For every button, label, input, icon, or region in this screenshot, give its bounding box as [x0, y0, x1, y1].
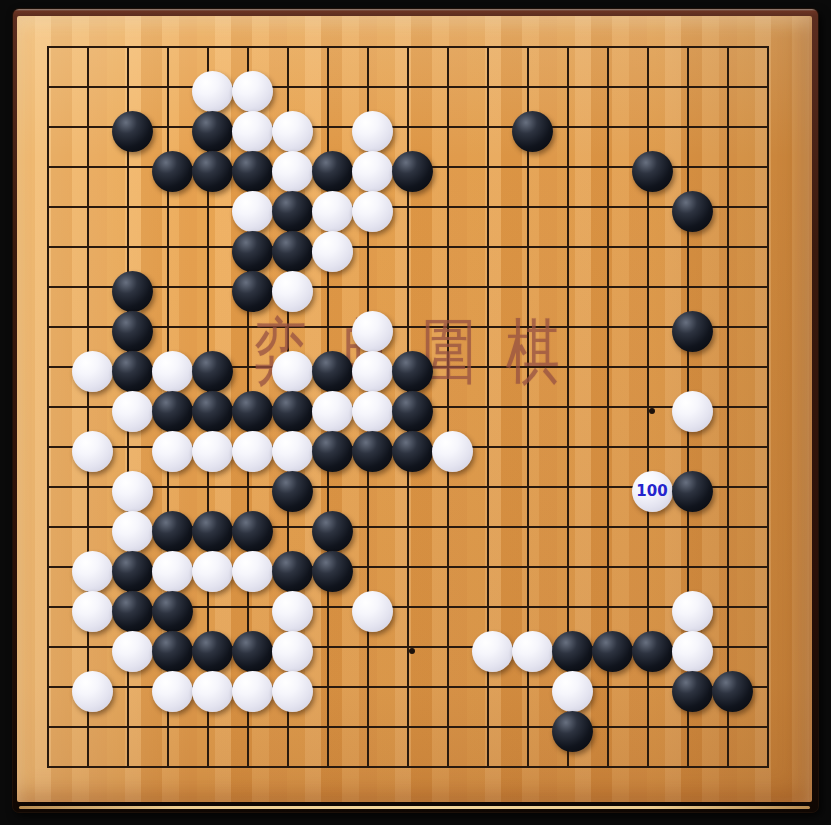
white-stone [352, 351, 393, 392]
black-stone [312, 431, 353, 472]
black-stone [112, 111, 153, 152]
white-stone [272, 631, 313, 672]
black-stone [232, 231, 273, 272]
black-stone [232, 151, 273, 192]
black-stone [232, 631, 273, 672]
black-stone [672, 311, 713, 352]
black-stone [312, 511, 353, 552]
black-stone [392, 351, 433, 392]
white-stone [192, 431, 233, 472]
star-point [409, 648, 415, 654]
white-stone [272, 351, 313, 392]
black-stone [272, 391, 313, 432]
white-stone [152, 671, 193, 712]
board-face[interactable]: 弈典圍棋 100 [17, 16, 812, 802]
black-stone [232, 391, 273, 432]
white-stone [152, 551, 193, 592]
black-stone [192, 631, 233, 672]
white-stone [312, 231, 353, 272]
white-stone [672, 391, 713, 432]
move-number-label: 100 [636, 482, 667, 500]
black-stone [632, 151, 673, 192]
black-stone [632, 631, 673, 672]
white-stone [672, 591, 713, 632]
black-stone [392, 151, 433, 192]
black-stone [192, 111, 233, 152]
black-stone [152, 391, 193, 432]
white-stone [232, 191, 273, 232]
black-stone [352, 431, 393, 472]
white-stone [352, 391, 393, 432]
black-stone [552, 631, 593, 672]
white-stone [272, 271, 313, 312]
black-stone [112, 311, 153, 352]
black-stone [552, 711, 593, 752]
white-stone [312, 391, 353, 432]
black-stone [272, 551, 313, 592]
white-stone [112, 631, 153, 672]
white-stone [272, 151, 313, 192]
black-stone [232, 271, 273, 312]
black-stone [192, 391, 233, 432]
black-stone [192, 511, 233, 552]
black-stone [152, 511, 193, 552]
black-stone [272, 471, 313, 512]
white-stone [112, 391, 153, 432]
black-stone [392, 391, 433, 432]
white-stone [272, 431, 313, 472]
white-stone [72, 551, 113, 592]
black-stone [272, 231, 313, 272]
white-stone [232, 671, 273, 712]
white-stone [272, 671, 313, 712]
black-stone [112, 351, 153, 392]
white-stone [112, 471, 153, 512]
black-stone [312, 351, 353, 392]
white-stone [232, 431, 273, 472]
black-stone [112, 591, 153, 632]
white-stone: 100 [632, 471, 673, 512]
white-stone [672, 631, 713, 672]
black-stone [392, 431, 433, 472]
white-stone [552, 671, 593, 712]
white-stone [192, 671, 233, 712]
black-stone [312, 151, 353, 192]
black-stone [112, 551, 153, 592]
white-stone [112, 511, 153, 552]
black-stone [112, 271, 153, 312]
black-stone [192, 151, 233, 192]
white-stone [352, 311, 393, 352]
black-stone [272, 191, 313, 232]
white-stone [272, 111, 313, 152]
black-stone [512, 111, 553, 152]
white-stone [232, 71, 273, 112]
white-stone [232, 111, 273, 152]
white-stone [352, 191, 393, 232]
white-stone [352, 111, 393, 152]
black-stone [152, 151, 193, 192]
black-stone [712, 671, 753, 712]
white-stone [192, 71, 233, 112]
white-stone [232, 551, 273, 592]
white-stone [72, 431, 113, 472]
white-stone [72, 591, 113, 632]
black-stone [152, 631, 193, 672]
go-board-frame: 弈典圍棋 100 [13, 9, 818, 812]
star-point [649, 408, 655, 414]
black-stone [672, 471, 713, 512]
white-stone [152, 351, 193, 392]
white-stone [72, 351, 113, 392]
black-stone [592, 631, 633, 672]
black-stone [672, 191, 713, 232]
black-stone [192, 351, 233, 392]
white-stone [312, 191, 353, 232]
white-stone [512, 631, 553, 672]
black-stone [672, 671, 713, 712]
white-stone [352, 151, 393, 192]
black-stone [152, 591, 193, 632]
go-app-window: 弈典圍棋 100 [0, 0, 831, 825]
white-stone [432, 431, 473, 472]
white-stone [152, 431, 193, 472]
white-stone [72, 671, 113, 712]
white-stone [272, 591, 313, 632]
white-stone [352, 591, 393, 632]
black-stone [232, 511, 273, 552]
white-stone [192, 551, 233, 592]
black-stone [312, 551, 353, 592]
white-stone [472, 631, 513, 672]
